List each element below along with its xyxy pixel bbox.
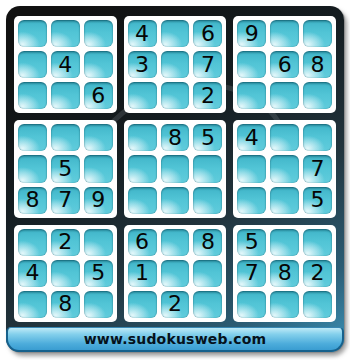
cell-r9c4[interactable] [128,291,157,318]
cell-r8c3[interactable]: 5 [84,260,113,287]
cell-r4c2[interactable] [51,124,80,151]
cell-r6c6[interactable] [193,187,222,214]
cell-r8c1[interactable]: 4 [18,260,47,287]
cell-r1c8[interactable] [270,20,299,47]
cell-r7c2[interactable]: 2 [51,229,80,256]
cell-r3c6[interactable]: 2 [193,82,222,109]
cell-r9c3[interactable] [84,291,113,318]
cell-r3c2[interactable] [51,82,80,109]
cell-r2c2[interactable]: 4 [51,51,80,78]
site-url[interactable]: www.sudokusweb.com [84,331,267,347]
cell-r2c6[interactable]: 7 [193,51,222,78]
cell-r1c2[interactable] [51,20,80,47]
cell-r3c1[interactable] [18,82,47,109]
cell-r6c8[interactable] [270,187,299,214]
cell-r4c5[interactable]: 8 [161,124,190,151]
cell-r5c4[interactable] [128,155,157,182]
cell-r1c6[interactable]: 6 [193,20,222,47]
block-r2c2: 85 [124,120,227,217]
cell-r7c1[interactable] [18,229,47,256]
cell-r8c7[interactable]: 7 [237,260,266,287]
cell-r9c2[interactable]: 8 [51,291,80,318]
cell-r2c1[interactable] [18,51,47,78]
cell-r6c7[interactable] [237,187,266,214]
block-r2c1: 5879 [14,120,117,217]
cell-r1c4[interactable]: 4 [128,20,157,47]
cell-r1c1[interactable] [18,20,47,47]
cell-r5c7[interactable] [237,155,266,182]
cell-r1c3[interactable] [84,20,113,47]
cell-r7c5[interactable] [161,229,190,256]
cell-r7c7[interactable]: 5 [237,229,266,256]
block-r1c3: 968 [233,16,336,113]
cell-r8c5[interactable] [161,260,190,287]
cell-r5c8[interactable] [270,155,299,182]
cell-r8c9[interactable]: 2 [303,260,332,287]
cell-r6c3[interactable]: 9 [84,187,113,214]
cell-r3c3[interactable]: 6 [84,82,113,109]
cell-r4c3[interactable] [84,124,113,151]
cell-r5c5[interactable] [161,155,190,182]
cell-r7c9[interactable] [303,229,332,256]
cell-r4c6[interactable]: 5 [193,124,222,151]
cell-r7c8[interactable] [270,229,299,256]
cell-r5c1[interactable] [18,155,47,182]
cell-r9c7[interactable] [237,291,266,318]
cell-r9c9[interactable] [303,291,332,318]
block-r1c2: 46372 [124,16,227,113]
cell-r6c4[interactable] [128,187,157,214]
cell-r2c5[interactable] [161,51,190,78]
cell-r7c6[interactable]: 8 [193,229,222,256]
cell-r2c3[interactable] [84,51,113,78]
cell-r6c2[interactable]: 7 [51,187,80,214]
block-r3c3: 5782 [233,225,336,322]
cell-r1c5[interactable] [161,20,190,47]
sudoku-board: 4646372968587985475245868125782 www.sudo… [6,6,344,352]
cell-r9c6[interactable] [193,291,222,318]
cell-r5c3[interactable] [84,155,113,182]
cell-r4c1[interactable] [18,124,47,151]
cell-r9c1[interactable] [18,291,47,318]
cell-r6c5[interactable] [161,187,190,214]
block-r2c3: 475 [233,120,336,217]
cell-r3c8[interactable] [270,82,299,109]
cell-r1c7[interactable]: 9 [237,20,266,47]
cell-r8c8[interactable]: 8 [270,260,299,287]
cell-r6c1[interactable]: 8 [18,187,47,214]
cell-r8c2[interactable] [51,260,80,287]
cell-r4c8[interactable] [270,124,299,151]
block-r3c1: 2458 [14,225,117,322]
cell-r5c6[interactable] [193,155,222,182]
cell-r4c7[interactable]: 4 [237,124,266,151]
cell-r2c4[interactable]: 3 [128,51,157,78]
cell-r4c9[interactable] [303,124,332,151]
cell-r1c9[interactable] [303,20,332,47]
cell-r8c6[interactable] [193,260,222,287]
cell-r5c2[interactable]: 5 [51,155,80,182]
sudoku-grid: 4646372968587985475245868125782 [14,16,336,322]
cell-r6c9[interactable]: 5 [303,187,332,214]
cell-r8c4[interactable]: 1 [128,260,157,287]
block-r3c2: 6812 [124,225,227,322]
cell-r3c4[interactable] [128,82,157,109]
cell-r5c9[interactable]: 7 [303,155,332,182]
cell-r3c7[interactable] [237,82,266,109]
cell-r2c7[interactable] [237,51,266,78]
cell-r2c8[interactable]: 6 [270,51,299,78]
cell-r4c4[interactable] [128,124,157,151]
cell-r2c9[interactable]: 8 [303,51,332,78]
cell-r9c8[interactable] [270,291,299,318]
cell-r9c5[interactable]: 2 [161,291,190,318]
block-r1c1: 46 [14,16,117,113]
cell-r3c5[interactable] [161,82,190,109]
cell-r7c3[interactable] [84,229,113,256]
cell-r3c9[interactable] [303,82,332,109]
cell-r7c4[interactable]: 6 [128,229,157,256]
site-footer: www.sudokusweb.com [6,327,344,352]
